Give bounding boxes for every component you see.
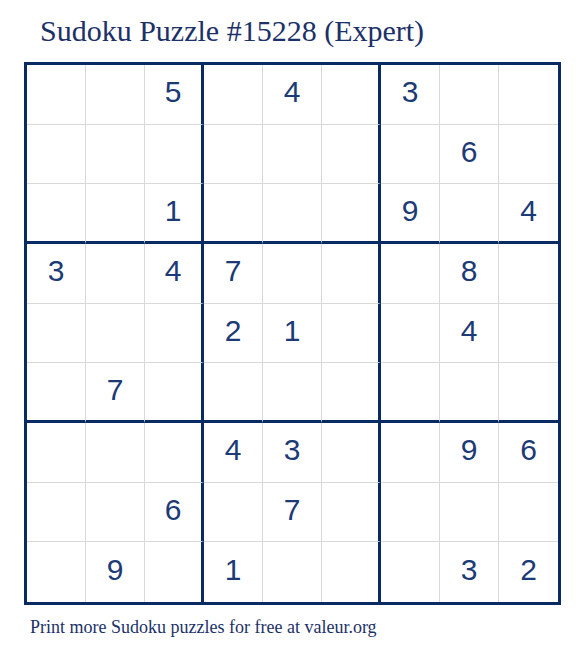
cell-r3c7: 9	[381, 184, 440, 244]
cell-r2c9	[499, 125, 558, 185]
cell-r2c6	[322, 125, 381, 185]
cell-r1c4	[204, 65, 263, 125]
cell-r8c5: 7	[263, 483, 322, 543]
cell-r5c1	[27, 304, 86, 364]
cell-r6c5	[263, 363, 322, 423]
cell-r5c7	[381, 304, 440, 364]
cell-r9c4: 1	[204, 542, 263, 602]
cell-r6c1	[27, 363, 86, 423]
cell-r4c4: 7	[204, 244, 263, 304]
cell-r2c2	[86, 125, 145, 185]
cell-r4c5	[263, 244, 322, 304]
cell-r2c3	[145, 125, 204, 185]
cell-r4c1: 3	[27, 244, 86, 304]
cell-r9c5	[263, 542, 322, 602]
cell-r7c8: 9	[440, 423, 499, 483]
cell-r5c9	[499, 304, 558, 364]
cell-r8c7	[381, 483, 440, 543]
cell-r9c9: 2	[499, 542, 558, 602]
cell-r4c2	[86, 244, 145, 304]
cell-r7c4: 4	[204, 423, 263, 483]
cell-r2c8: 6	[440, 125, 499, 185]
cell-r6c3	[145, 363, 204, 423]
cell-r2c5	[263, 125, 322, 185]
cell-r9c6	[322, 542, 381, 602]
cell-r8c1	[27, 483, 86, 543]
cell-r3c3: 1	[145, 184, 204, 244]
cell-r7c3	[145, 423, 204, 483]
cell-r9c2: 9	[86, 542, 145, 602]
cell-r4c3: 4	[145, 244, 204, 304]
cell-r3c2	[86, 184, 145, 244]
sudoku-grid: 5436194347821474396679132	[24, 62, 561, 605]
cell-r3c5	[263, 184, 322, 244]
cell-r1c8	[440, 65, 499, 125]
cell-r7c6	[322, 423, 381, 483]
cell-r5c4: 2	[204, 304, 263, 364]
cell-r7c1	[27, 423, 86, 483]
cell-r5c8: 4	[440, 304, 499, 364]
cell-r2c4	[204, 125, 263, 185]
cell-r1c1	[27, 65, 86, 125]
cell-r8c3: 6	[145, 483, 204, 543]
cell-r7c9: 6	[499, 423, 558, 483]
cell-r8c8	[440, 483, 499, 543]
page: Sudoku Puzzle #15228 (Expert) 5436194347…	[0, 0, 580, 651]
puzzle-title: Sudoku Puzzle #15228 (Expert)	[40, 14, 424, 48]
cell-r4c6	[322, 244, 381, 304]
cell-r6c6	[322, 363, 381, 423]
cell-r1c6	[322, 65, 381, 125]
cell-r2c7	[381, 125, 440, 185]
cell-r9c7	[381, 542, 440, 602]
cell-r1c7: 3	[381, 65, 440, 125]
cell-r8c9	[499, 483, 558, 543]
cell-r5c3	[145, 304, 204, 364]
cell-r1c3: 5	[145, 65, 204, 125]
cell-r6c2: 7	[86, 363, 145, 423]
cell-r5c2	[86, 304, 145, 364]
cell-r4c7	[381, 244, 440, 304]
cell-r9c1	[27, 542, 86, 602]
cell-r2c1	[27, 125, 86, 185]
cell-r1c5: 4	[263, 65, 322, 125]
cell-r7c7	[381, 423, 440, 483]
cell-r6c8	[440, 363, 499, 423]
cell-r9c8: 3	[440, 542, 499, 602]
cell-r3c9: 4	[499, 184, 558, 244]
cell-r5c6	[322, 304, 381, 364]
cell-r3c4	[204, 184, 263, 244]
cell-r7c2	[86, 423, 145, 483]
cell-r6c7	[381, 363, 440, 423]
cell-r3c6	[322, 184, 381, 244]
cell-r1c9	[499, 65, 558, 125]
cell-r4c9	[499, 244, 558, 304]
cell-r5c5: 1	[263, 304, 322, 364]
cell-r3c8	[440, 184, 499, 244]
cell-r9c3	[145, 542, 204, 602]
cell-r8c4	[204, 483, 263, 543]
cell-r8c6	[322, 483, 381, 543]
cell-r8c2	[86, 483, 145, 543]
cell-r3c1	[27, 184, 86, 244]
cell-r4c8: 8	[440, 244, 499, 304]
footer-text: Print more Sudoku puzzles for free at va…	[30, 617, 377, 638]
cell-r6c4	[204, 363, 263, 423]
cell-r1c2	[86, 65, 145, 125]
cell-r6c9	[499, 363, 558, 423]
cell-r7c5: 3	[263, 423, 322, 483]
